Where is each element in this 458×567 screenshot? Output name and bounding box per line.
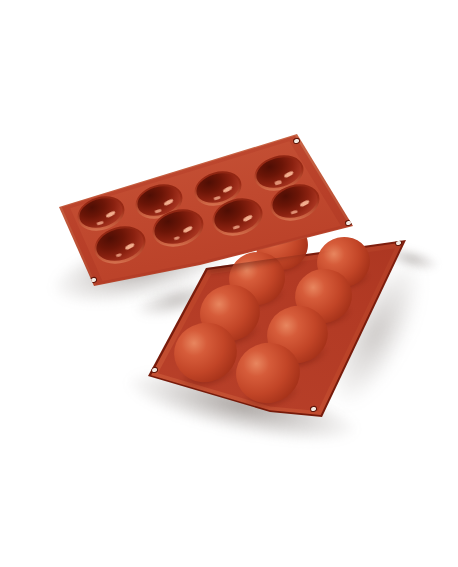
corner-hanging-hole bbox=[292, 137, 300, 144]
product-photo bbox=[0, 0, 458, 567]
